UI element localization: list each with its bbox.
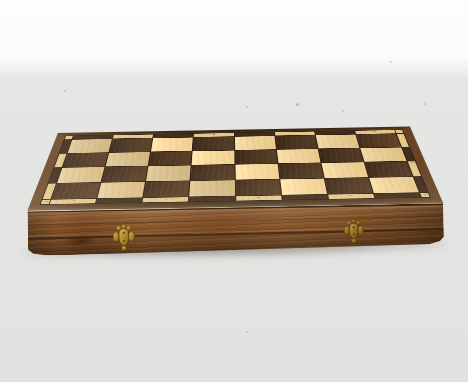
- border-cell-near-5: [236, 195, 282, 200]
- board-grid: [51, 134, 418, 199]
- border-corner-cell: [420, 193, 430, 197]
- dust-speck: [246, 106, 248, 108]
- board-square-r3-c4-dark: [191, 165, 235, 181]
- front-panel: [27, 203, 444, 256]
- board-square-r1-c3-light: [151, 138, 193, 152]
- dust-speck: [296, 103, 299, 106]
- chess-box: [26, 119, 444, 259]
- board-square-r2-c4-light: [192, 150, 234, 165]
- board-square-r2-c3-dark: [149, 151, 192, 166]
- board-square-r4-c2-light: [97, 182, 145, 199]
- board-square-r2-c1-dark: [63, 153, 109, 168]
- board-square-r3-c3-light: [146, 165, 191, 181]
- board-square-r4-c3-dark: [143, 181, 189, 198]
- board-square-r4-c6-light: [280, 178, 327, 195]
- board-square-r3-c2-dark: [102, 166, 148, 182]
- dust-speck: [390, 61, 392, 63]
- board-square-r2-c6-light: [277, 149, 321, 164]
- board-square-r3-c8-dark: [364, 161, 412, 176]
- border-cell-near-2: [96, 198, 142, 203]
- board-square-r4-c5-dark: [235, 179, 280, 196]
- board-square-r2-c7-dark: [318, 148, 363, 163]
- border-cell-near-6: [282, 195, 328, 200]
- board-square-r4-c8-light: [369, 177, 419, 193]
- board-inlay: [40, 129, 431, 204]
- border-cell-near-3: [143, 197, 189, 202]
- board-square-r1-c8-dark: [356, 134, 401, 148]
- board-square-r3-c1-light: [57, 167, 104, 183]
- board-square-r3-c5-light: [235, 164, 279, 180]
- board-frame: [27, 127, 443, 211]
- border-cell-near-8: [374, 193, 421, 198]
- board-square-r1-c4-dark: [193, 137, 234, 151]
- board-square-r4-c7-dark: [324, 177, 372, 193]
- brass-clasp-left-icon: [112, 223, 137, 251]
- board-top-face: [26, 119, 443, 211]
- dust-speck: [424, 103, 426, 105]
- board-square-r1-c7-light: [316, 135, 360, 149]
- board-square-r2-c2-light: [106, 152, 151, 167]
- dust-speck: [64, 90, 66, 92]
- board-square-r4-c1-dark: [51, 182, 100, 199]
- border-cell-near-7: [328, 194, 374, 199]
- board-square-r3-c6-dark: [278, 163, 323, 178]
- board-square-r3-c7-light: [321, 162, 368, 177]
- board-square-r1-c5-light: [234, 136, 275, 150]
- board-square-r2-c5-dark: [235, 150, 277, 165]
- board-square-r4-c4-light: [190, 180, 235, 197]
- brass-clasp-right-icon: [343, 218, 365, 244]
- dust-speck: [246, 331, 248, 333]
- board-square-r1-c1-light: [68, 139, 112, 153]
- scene-background: [0, 0, 468, 382]
- board-square-r1-c2-dark: [109, 138, 152, 152]
- border-cell-near-1: [50, 199, 97, 204]
- dust-speck: [342, 110, 344, 112]
- border-cell-near-4: [189, 196, 235, 201]
- front-shading: [27, 205, 444, 256]
- board-square-r1-c6-dark: [275, 135, 317, 149]
- board-square-r2-c8-light: [360, 147, 406, 162]
